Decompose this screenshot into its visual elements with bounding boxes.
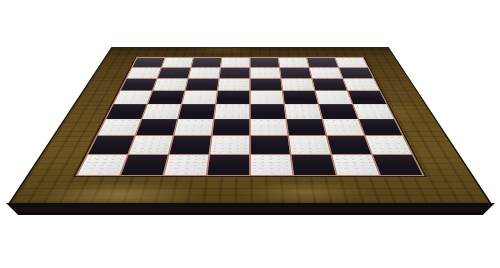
square-h1[interactable] [373,155,422,175]
square-e7[interactable] [251,68,281,79]
square-f1[interactable] [292,155,336,175]
square-b4[interactable] [143,104,181,118]
square-b8[interactable] [162,58,193,68]
square-c2[interactable] [170,136,211,154]
square-b3[interactable] [136,119,177,135]
square-h4[interactable] [354,104,394,118]
square-f4[interactable] [285,104,321,118]
square-e1[interactable] [251,155,293,175]
square-d4[interactable] [215,104,250,118]
square-c4[interactable] [179,104,215,118]
square-d6[interactable] [218,79,249,91]
square-c7[interactable] [189,68,220,79]
square-g7[interactable] [310,68,342,79]
square-f7[interactable] [280,68,311,79]
square-f8[interactable] [279,58,309,68]
square-g8[interactable] [307,58,338,68]
board-side-edge [6,203,495,215]
square-h6[interactable] [344,79,380,91]
square-h8[interactable] [335,58,367,68]
square-d3[interactable] [213,119,250,135]
square-d8[interactable] [221,58,249,68]
square-g3[interactable] [323,119,364,135]
square-b5[interactable] [148,91,184,104]
square-g1[interactable] [332,155,379,175]
square-c3[interactable] [174,119,213,135]
square-e3[interactable] [251,119,288,135]
square-g2[interactable] [327,136,371,154]
square-a3[interactable] [98,119,141,135]
square-d1[interactable] [208,155,250,175]
playing-area [73,57,427,177]
square-a2[interactable] [88,136,134,154]
square-e5[interactable] [251,91,284,104]
square-h7[interactable] [339,68,373,79]
square-c1[interactable] [164,155,208,175]
square-c5[interactable] [182,91,216,104]
square-d7[interactable] [220,68,250,79]
square-g6[interactable] [313,79,347,91]
square-h5[interactable] [348,91,386,104]
square-g4[interactable] [319,104,357,118]
square-e2[interactable] [251,136,290,154]
square-b7[interactable] [158,68,190,79]
square-b2[interactable] [129,136,173,154]
squares-grid [78,58,423,176]
chessboard [8,47,492,204]
square-a7[interactable] [127,68,161,79]
square-f2[interactable] [289,136,330,154]
square-a1[interactable] [78,155,127,175]
photo-canvas [0,0,500,268]
square-e4[interactable] [251,104,286,118]
square-d2[interactable] [210,136,249,154]
square-f3[interactable] [287,119,326,135]
square-f5[interactable] [283,91,317,104]
square-a6[interactable] [121,79,157,91]
square-f6[interactable] [282,79,315,91]
square-a5[interactable] [114,91,152,104]
square-a4[interactable] [106,104,146,118]
square-e6[interactable] [251,79,282,91]
square-e8[interactable] [251,58,279,68]
square-b1[interactable] [121,155,168,175]
square-c6[interactable] [186,79,219,91]
square-h2[interactable] [366,136,412,154]
square-b6[interactable] [153,79,187,91]
square-d5[interactable] [217,91,250,104]
square-g5[interactable] [316,91,352,104]
square-c8[interactable] [192,58,222,68]
square-a8[interactable] [133,58,165,68]
square-h3[interactable] [359,119,402,135]
